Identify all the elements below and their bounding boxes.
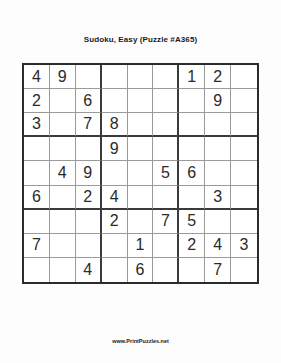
- cell-r6c2[interactable]: [50, 186, 76, 210]
- cell-r4c4[interactable]: 9: [102, 137, 128, 161]
- cell-r1c4[interactable]: [102, 65, 128, 89]
- cell-r4c6[interactable]: [153, 137, 179, 161]
- cell-r9c2[interactable]: [50, 258, 76, 282]
- page-title: Sudoku, Easy (Puzzle #A365): [0, 35, 281, 44]
- cell-r9c3[interactable]: 4: [76, 258, 102, 282]
- cell-r7c8[interactable]: [205, 210, 231, 234]
- cell-r1c3[interactable]: [76, 65, 102, 89]
- cell-r3c8[interactable]: [205, 113, 231, 137]
- cell-r8c1[interactable]: 7: [24, 234, 50, 258]
- cell-r1c9[interactable]: [231, 65, 257, 89]
- cell-r9c6[interactable]: [153, 258, 179, 282]
- cell-r6c3[interactable]: 2: [76, 186, 102, 210]
- cell-r2c2[interactable]: [50, 89, 76, 113]
- cell-r3c9[interactable]: [231, 113, 257, 137]
- cell-r3c3[interactable]: 7: [76, 113, 102, 137]
- cell-r3c5[interactable]: [128, 113, 154, 137]
- cell-r5c9[interactable]: [231, 161, 257, 185]
- cell-r2c1[interactable]: 2: [24, 89, 50, 113]
- footer-site-url: www.PrintPuzzles.net: [0, 338, 281, 344]
- cell-r3c6[interactable]: [153, 113, 179, 137]
- cell-r8c7[interactable]: 2: [179, 234, 205, 258]
- cell-r4c2[interactable]: [50, 137, 76, 161]
- cell-r4c1[interactable]: [24, 137, 50, 161]
- cell-r9c7[interactable]: [179, 258, 205, 282]
- cell-r8c3[interactable]: [76, 234, 102, 258]
- cell-r6c4[interactable]: 4: [102, 186, 128, 210]
- cell-r2c5[interactable]: [128, 89, 154, 113]
- cell-r6c6[interactable]: [153, 186, 179, 210]
- cell-r2c3[interactable]: 6: [76, 89, 102, 113]
- cell-r4c9[interactable]: [231, 137, 257, 161]
- cell-r6c7[interactable]: [179, 186, 205, 210]
- cell-r2c6[interactable]: [153, 89, 179, 113]
- cell-r5c5[interactable]: [128, 161, 154, 185]
- puzzle-page: Sudoku, Easy (Puzzle #A365) 491226937894…: [0, 0, 281, 363]
- cell-r8c6[interactable]: [153, 234, 179, 258]
- cell-r7c1[interactable]: [24, 210, 50, 234]
- cell-r4c5[interactable]: [128, 137, 154, 161]
- cell-r9c9[interactable]: [231, 258, 257, 282]
- cell-r9c1[interactable]: [24, 258, 50, 282]
- cell-r2c8[interactable]: 9: [205, 89, 231, 113]
- cell-r3c4[interactable]: 8: [102, 113, 128, 137]
- cell-r9c5[interactable]: 6: [128, 258, 154, 282]
- cell-r7c6[interactable]: 7: [153, 210, 179, 234]
- cell-r6c5[interactable]: [128, 186, 154, 210]
- cell-r4c3[interactable]: [76, 137, 102, 161]
- sudoku-board: 491226937894956624327571243467: [22, 63, 259, 284]
- cell-r1c5[interactable]: [128, 65, 154, 89]
- cell-r5c6[interactable]: 5: [153, 161, 179, 185]
- cell-r7c5[interactable]: [128, 210, 154, 234]
- cell-r3c7[interactable]: [179, 113, 205, 137]
- cell-r7c9[interactable]: [231, 210, 257, 234]
- cell-r1c7[interactable]: 1: [179, 65, 205, 89]
- cell-r2c7[interactable]: [179, 89, 205, 113]
- cell-r1c8[interactable]: 2: [205, 65, 231, 89]
- cell-r7c3[interactable]: [76, 210, 102, 234]
- cell-r7c2[interactable]: [50, 210, 76, 234]
- cell-r6c8[interactable]: 3: [205, 186, 231, 210]
- cell-r3c2[interactable]: [50, 113, 76, 137]
- cell-r2c9[interactable]: [231, 89, 257, 113]
- cell-r4c8[interactable]: [205, 137, 231, 161]
- cell-r5c3[interactable]: 9: [76, 161, 102, 185]
- cell-r6c1[interactable]: 6: [24, 186, 50, 210]
- cell-r8c8[interactable]: 4: [205, 234, 231, 258]
- cell-r5c8[interactable]: [205, 161, 231, 185]
- cell-r8c2[interactable]: [50, 234, 76, 258]
- cell-r8c5[interactable]: 1: [128, 234, 154, 258]
- cell-r7c7[interactable]: 5: [179, 210, 205, 234]
- cell-r9c8[interactable]: 7: [205, 258, 231, 282]
- cell-r8c9[interactable]: 3: [231, 234, 257, 258]
- cell-r8c4[interactable]: [102, 234, 128, 258]
- cell-r1c1[interactable]: 4: [24, 65, 50, 89]
- cell-r5c7[interactable]: 6: [179, 161, 205, 185]
- cell-r9c4[interactable]: [102, 258, 128, 282]
- cell-r4c7[interactable]: [179, 137, 205, 161]
- cell-r3c1[interactable]: 3: [24, 113, 50, 137]
- cell-r1c6[interactable]: [153, 65, 179, 89]
- cell-r5c1[interactable]: [24, 161, 50, 185]
- cell-r5c2[interactable]: 4: [50, 161, 76, 185]
- cell-r6c9[interactable]: [231, 186, 257, 210]
- cell-r7c4[interactable]: 2: [102, 210, 128, 234]
- cell-r2c4[interactable]: [102, 89, 128, 113]
- cell-r5c4[interactable]: [102, 161, 128, 185]
- cell-r1c2[interactable]: 9: [50, 65, 76, 89]
